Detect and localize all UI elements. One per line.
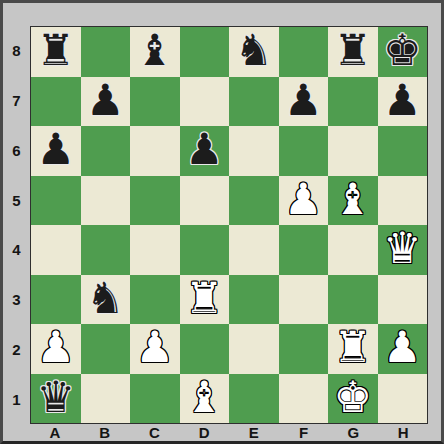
piece-white-bishop[interactable]: ♝: [185, 376, 224, 419]
square-a7[interactable]: [31, 77, 81, 127]
square-e6[interactable]: [229, 126, 279, 176]
piece-black-knight[interactable]: ♞: [86, 277, 125, 320]
square-d3[interactable]: ♜: [180, 275, 230, 325]
piece-black-rook[interactable]: ♜: [333, 29, 372, 72]
square-f4[interactable]: [279, 225, 329, 275]
square-a8[interactable]: ♜: [31, 27, 81, 77]
piece-black-pawn[interactable]: ♟: [86, 79, 125, 122]
piece-white-rook[interactable]: ♜: [333, 326, 372, 369]
square-h5[interactable]: [378, 176, 428, 226]
square-e1[interactable]: [229, 374, 279, 424]
square-b3[interactable]: ♞: [81, 275, 131, 325]
square-g8[interactable]: ♜: [328, 27, 378, 77]
square-g7[interactable]: [328, 77, 378, 127]
piece-black-pawn[interactable]: ♟: [284, 79, 323, 122]
piece-white-bishop[interactable]: ♝: [333, 178, 372, 221]
square-e3[interactable]: [229, 275, 279, 325]
square-e4[interactable]: [229, 225, 279, 275]
square-e7[interactable]: [229, 77, 279, 127]
square-f1[interactable]: [279, 374, 329, 424]
file-label-e: E: [229, 424, 279, 441]
piece-black-pawn[interactable]: ♟: [383, 79, 422, 122]
square-d7[interactable]: [180, 77, 230, 127]
piece-black-bishop[interactable]: ♝: [135, 29, 174, 72]
file-label-b: B: [80, 424, 130, 441]
square-d4[interactable]: [180, 225, 230, 275]
square-e2[interactable]: [229, 324, 279, 374]
square-g5[interactable]: ♝: [328, 176, 378, 226]
rank-label-7: 7: [3, 76, 30, 126]
square-f7[interactable]: ♟: [279, 77, 329, 127]
piece-white-pawn[interactable]: ♟: [135, 326, 174, 369]
square-c6[interactable]: [130, 126, 180, 176]
file-label-d: D: [179, 424, 229, 441]
piece-black-pawn[interactable]: ♟: [36, 128, 75, 171]
square-h2[interactable]: ♟: [378, 324, 428, 374]
piece-black-knight[interactable]: ♞: [234, 29, 273, 72]
piece-black-queen[interactable]: ♛: [36, 376, 75, 419]
square-h1[interactable]: [378, 374, 428, 424]
file-label-a: A: [30, 424, 80, 441]
square-b1[interactable]: [81, 374, 131, 424]
chess-board: ♜♝♞♜♚♟♟♟♟♟♟♝♛♞♜♟♟♜♟♛♝♚: [30, 26, 428, 424]
piece-black-rook[interactable]: ♜: [36, 29, 75, 72]
square-e8[interactable]: ♞: [229, 27, 279, 77]
square-b7[interactable]: ♟: [81, 77, 131, 127]
rank-label-3: 3: [3, 275, 30, 325]
file-label-g: G: [329, 424, 379, 441]
square-a5[interactable]: [31, 176, 81, 226]
square-d6[interactable]: ♟: [180, 126, 230, 176]
square-d2[interactable]: [180, 324, 230, 374]
square-c1[interactable]: [130, 374, 180, 424]
file-label-h: H: [378, 424, 428, 441]
square-f6[interactable]: [279, 126, 329, 176]
square-d1[interactable]: ♝: [180, 374, 230, 424]
square-g2[interactable]: ♜: [328, 324, 378, 374]
square-c7[interactable]: [130, 77, 180, 127]
piece-black-king[interactable]: ♚: [383, 29, 422, 72]
square-a4[interactable]: [31, 225, 81, 275]
piece-white-pawn[interactable]: ♟: [383, 326, 422, 369]
square-f3[interactable]: [279, 275, 329, 325]
square-h6[interactable]: [378, 126, 428, 176]
piece-white-queen[interactable]: ♛: [383, 227, 422, 270]
piece-white-king[interactable]: ♚: [333, 376, 372, 419]
file-labels: ABCDEFGH: [30, 424, 428, 441]
rank-label-2: 2: [3, 325, 30, 375]
square-c3[interactable]: [130, 275, 180, 325]
square-c4[interactable]: [130, 225, 180, 275]
square-g4[interactable]: [328, 225, 378, 275]
square-b5[interactable]: [81, 176, 131, 226]
square-b8[interactable]: [81, 27, 131, 77]
square-d5[interactable]: [180, 176, 230, 226]
square-g6[interactable]: [328, 126, 378, 176]
square-f8[interactable]: [279, 27, 329, 77]
square-d8[interactable]: [180, 27, 230, 77]
rank-label-8: 8: [3, 26, 30, 76]
rank-label-1: 1: [3, 374, 30, 424]
square-c5[interactable]: [130, 176, 180, 226]
piece-white-pawn[interactable]: ♟: [284, 178, 323, 221]
square-h8[interactable]: ♚: [378, 27, 428, 77]
board-frame: 87654321 ♜♝♞♜♚♟♟♟♟♟♟♝♛♞♜♟♟♜♟♛♝♚ ABCDEFGH: [0, 0, 444, 444]
piece-white-pawn[interactable]: ♟: [36, 326, 75, 369]
square-a2[interactable]: ♟: [31, 324, 81, 374]
square-a6[interactable]: ♟: [31, 126, 81, 176]
square-e5[interactable]: [229, 176, 279, 226]
square-c8[interactable]: ♝: [130, 27, 180, 77]
square-h4[interactable]: ♛: [378, 225, 428, 275]
square-b6[interactable]: [81, 126, 131, 176]
square-h3[interactable]: [378, 275, 428, 325]
square-g1[interactable]: ♚: [328, 374, 378, 424]
file-label-c: C: [130, 424, 180, 441]
square-g3[interactable]: [328, 275, 378, 325]
file-label-f: F: [279, 424, 329, 441]
rank-label-4: 4: [3, 225, 30, 275]
square-h7[interactable]: ♟: [378, 77, 428, 127]
square-b2[interactable]: [81, 324, 131, 374]
square-a3[interactable]: [31, 275, 81, 325]
piece-white-rook[interactable]: ♜: [185, 277, 224, 320]
rank-label-6: 6: [3, 126, 30, 176]
square-c2[interactable]: ♟: [130, 324, 180, 374]
piece-black-pawn[interactable]: ♟: [185, 128, 224, 171]
rank-label-5: 5: [3, 175, 30, 225]
square-b4[interactable]: [81, 225, 131, 275]
square-a1[interactable]: ♛: [31, 374, 81, 424]
square-f2[interactable]: [279, 324, 329, 374]
square-f5[interactable]: ♟: [279, 176, 329, 226]
rank-labels: 87654321: [3, 26, 30, 424]
